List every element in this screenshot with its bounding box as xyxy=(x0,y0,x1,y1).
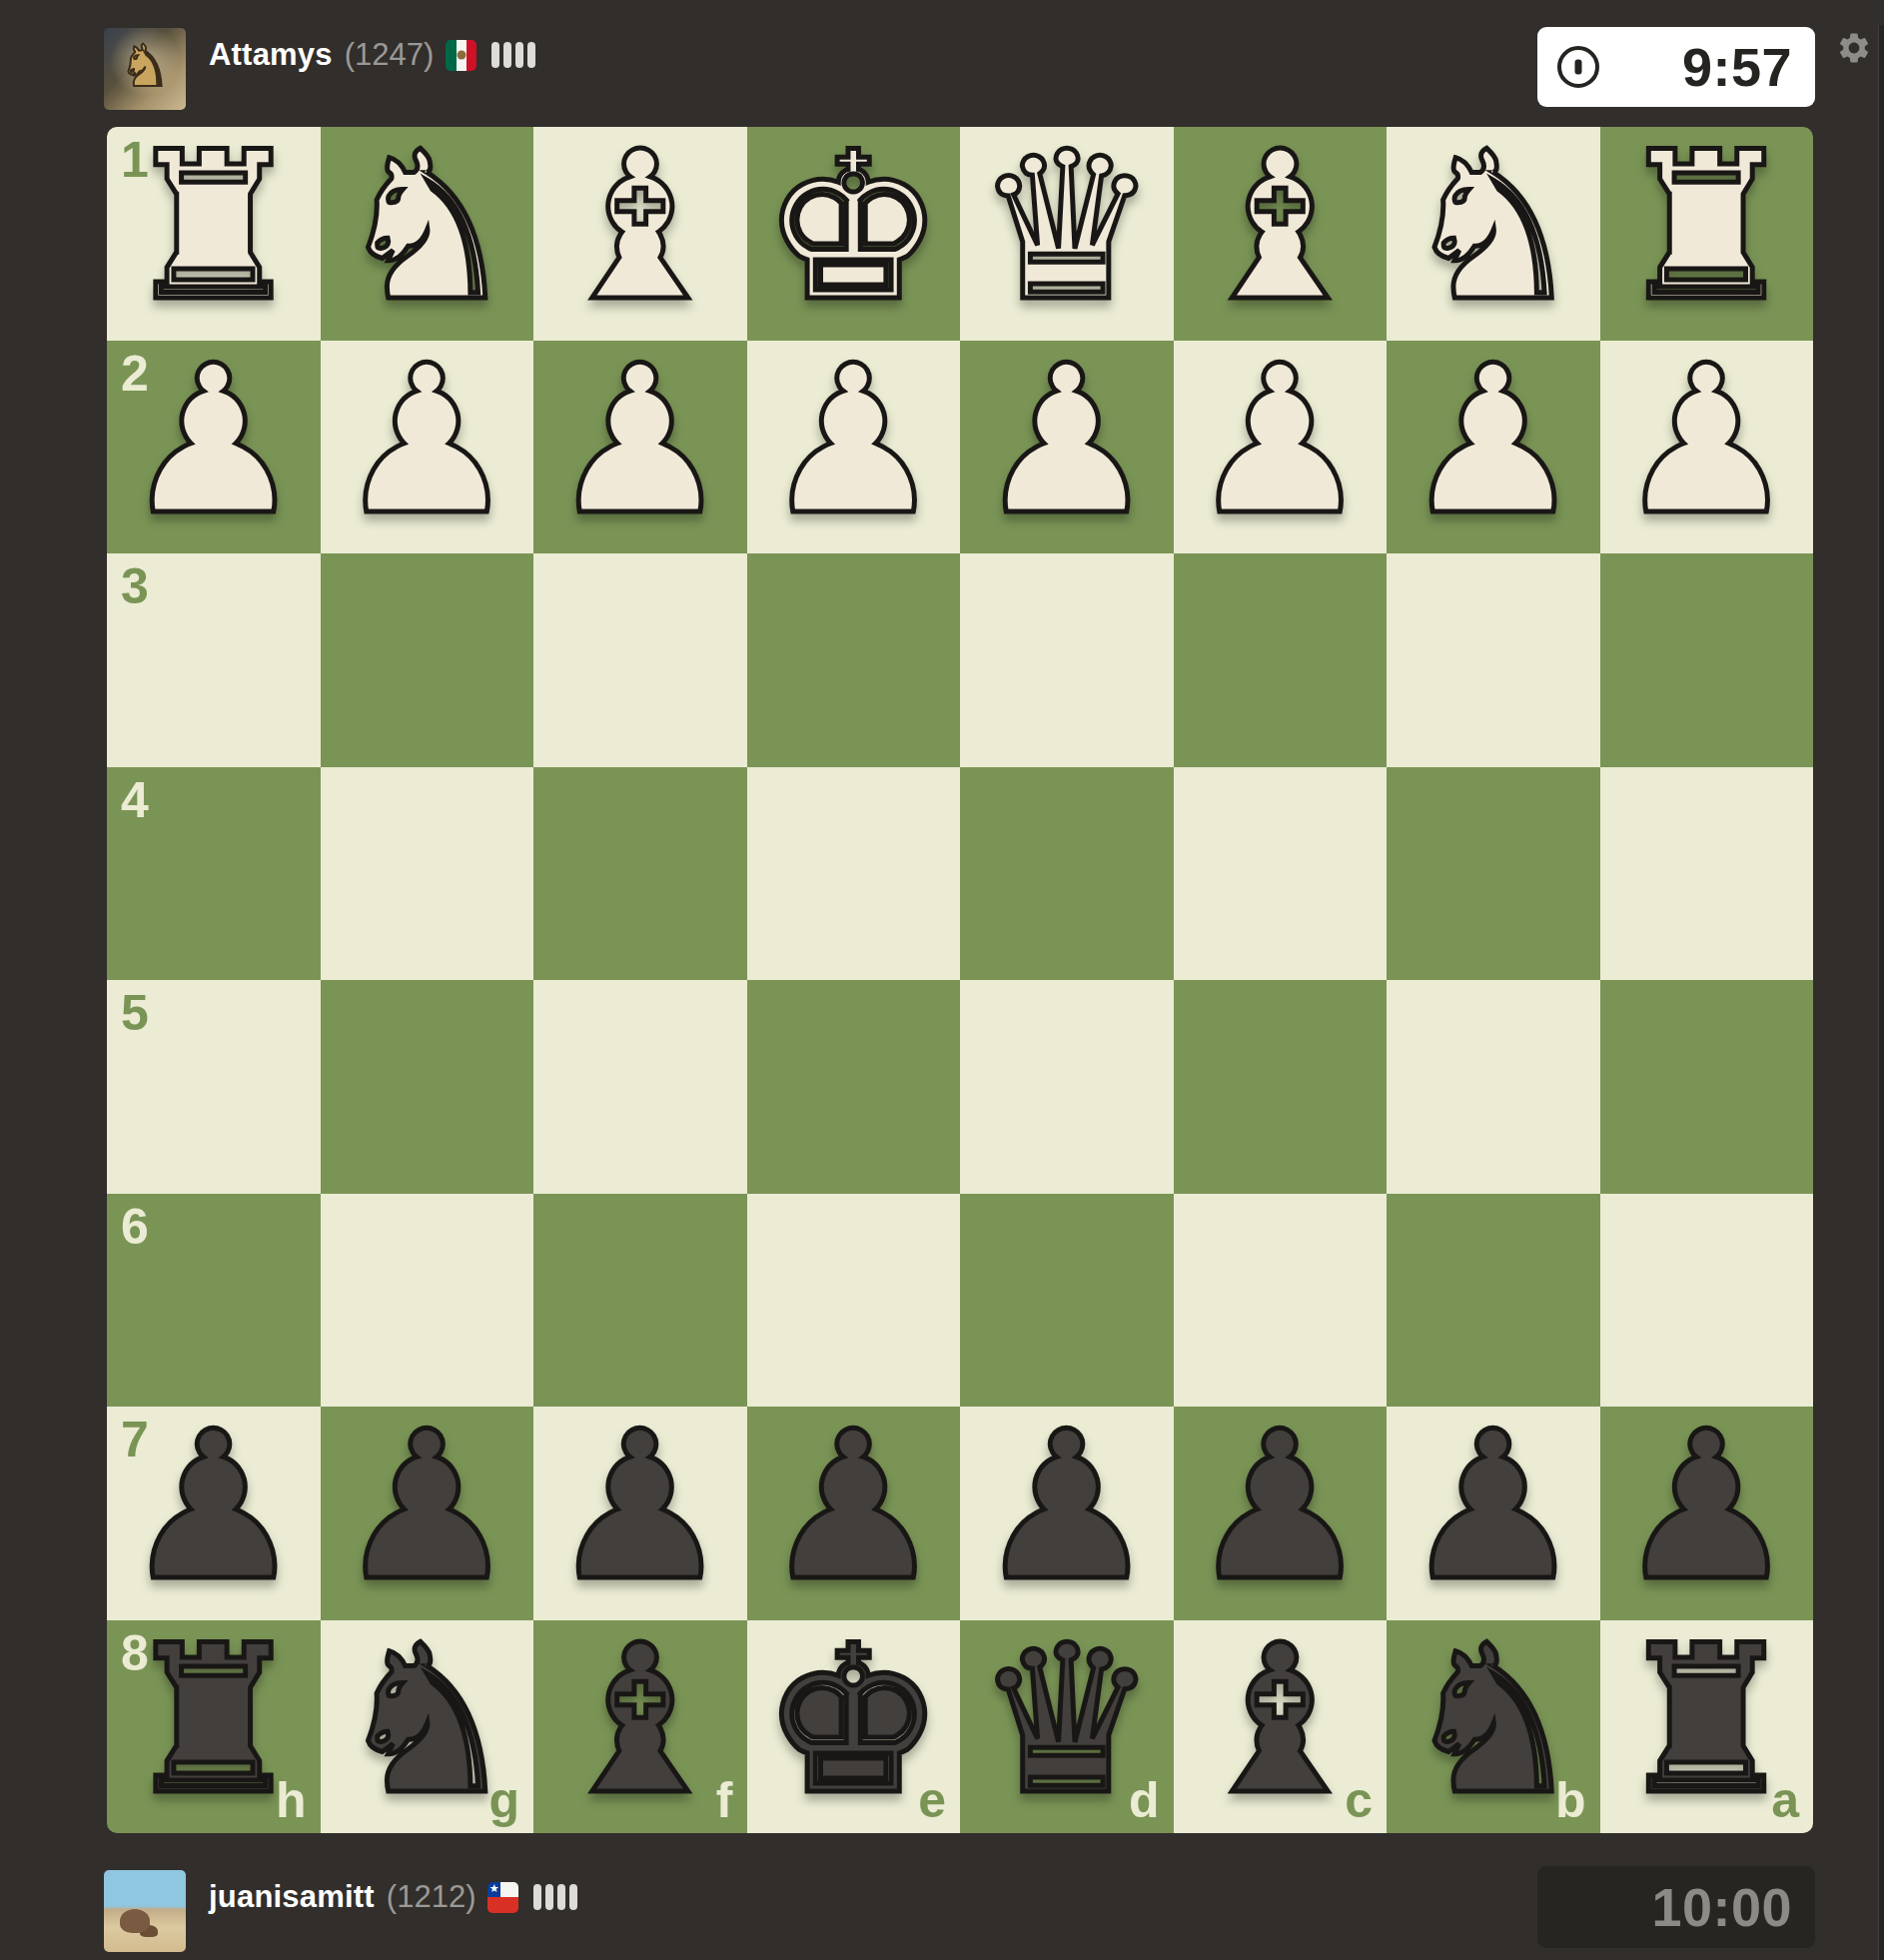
square-c4[interactable] xyxy=(1174,767,1388,981)
square-b4[interactable] xyxy=(1387,767,1600,981)
square-b6[interactable] xyxy=(1387,1194,1600,1408)
top-player-avatar[interactable] xyxy=(104,28,186,110)
piece-white-rook[interactable]: ♜ xyxy=(122,127,306,330)
piece-black-bishop[interactable]: ♝ xyxy=(1188,1618,1372,1823)
square-e7[interactable]: ♟ xyxy=(747,1407,961,1620)
square-a6[interactable] xyxy=(1600,1194,1814,1408)
square-a3[interactable] xyxy=(1600,553,1814,767)
piece-black-pawn[interactable]: ♟ xyxy=(1188,1405,1372,1609)
square-b3[interactable] xyxy=(1387,553,1600,767)
piece-black-pawn[interactable]: ♟ xyxy=(122,1405,306,1609)
piece-black-pawn[interactable]: ♟ xyxy=(335,1405,518,1609)
rank-label: 4 xyxy=(121,775,149,825)
square-b2[interactable]: ♟ xyxy=(1387,341,1600,554)
square-a8[interactable]: a♜ xyxy=(1600,1620,1814,1834)
square-c1[interactable]: ♝ xyxy=(1174,127,1388,341)
square-d7[interactable]: ♟ xyxy=(960,1407,1174,1620)
square-g4[interactable] xyxy=(321,767,534,981)
square-e3[interactable] xyxy=(747,553,961,767)
piece-black-knight[interactable]: ♞ xyxy=(1402,1618,1585,1823)
square-f7[interactable]: ♟ xyxy=(533,1407,747,1620)
piece-white-pawn[interactable]: ♟ xyxy=(335,339,518,543)
bottom-clock-time: 10:00 xyxy=(1651,1876,1815,1938)
square-h4[interactable]: 4 xyxy=(107,767,321,981)
piece-black-knight[interactable]: ♞ xyxy=(335,1618,518,1823)
square-g5[interactable] xyxy=(321,980,534,1194)
square-h7[interactable]: 7♟ xyxy=(107,1407,321,1620)
square-d3[interactable] xyxy=(960,553,1174,767)
square-e2[interactable]: ♟ xyxy=(747,341,961,554)
side-panel-edge xyxy=(1878,25,1884,1960)
piece-white-queen[interactable]: ♛ xyxy=(975,127,1159,330)
chile-flag-icon xyxy=(487,1882,518,1913)
piece-white-knight[interactable]: ♞ xyxy=(1402,127,1585,330)
square-a7[interactable]: ♟ xyxy=(1600,1407,1814,1620)
square-d1[interactable]: ♛ xyxy=(960,127,1174,341)
square-c7[interactable]: ♟ xyxy=(1174,1407,1388,1620)
bottom-player-rating: (1212) xyxy=(387,1879,476,1915)
square-f5[interactable] xyxy=(533,980,747,1194)
piece-white-bishop[interactable]: ♝ xyxy=(548,127,732,330)
square-g2[interactable]: ♟ xyxy=(321,341,534,554)
top-clock-time: 9:57 xyxy=(1682,36,1815,98)
square-h3[interactable]: 3 xyxy=(107,553,321,767)
square-e8[interactable]: e♚ xyxy=(747,1620,961,1834)
square-c2[interactable]: ♟ xyxy=(1174,341,1388,554)
square-g1[interactable]: ♞ xyxy=(321,127,534,341)
bottom-player-clock: 10:00 xyxy=(1537,1866,1815,1948)
piece-black-pawn[interactable]: ♟ xyxy=(761,1405,945,1609)
square-c3[interactable] xyxy=(1174,553,1388,767)
square-f3[interactable] xyxy=(533,553,747,767)
square-e6[interactable] xyxy=(747,1194,961,1408)
bottom-player-bar: juanisamitt (1212) xyxy=(104,1870,577,1952)
square-h8[interactable]: 8h♜ xyxy=(107,1620,321,1834)
square-f1[interactable]: ♝ xyxy=(533,127,747,341)
rank-label: 6 xyxy=(121,1202,149,1252)
square-c6[interactable] xyxy=(1174,1194,1388,1408)
top-player-bar: Attamys (1247) xyxy=(104,28,535,110)
bottom-player-meta: juanisamitt (1212) xyxy=(209,1879,577,1915)
square-h1[interactable]: 1♜ xyxy=(107,127,321,341)
piece-black-rook[interactable]: ♜ xyxy=(1614,1618,1798,1823)
square-f4[interactable] xyxy=(533,767,747,981)
square-a1[interactable]: ♜ xyxy=(1600,127,1814,341)
piece-white-pawn[interactable]: ♟ xyxy=(122,339,306,543)
bottom-player-avatar[interactable] xyxy=(104,1870,186,1952)
gear-icon[interactable] xyxy=(1836,30,1872,66)
square-e1[interactable]: ♚ xyxy=(747,127,961,341)
square-b5[interactable] xyxy=(1387,980,1600,1194)
square-g8[interactable]: g♞ xyxy=(321,1620,534,1834)
piece-black-pawn[interactable]: ♟ xyxy=(548,1405,732,1609)
square-b7[interactable]: ♟ xyxy=(1387,1407,1600,1620)
square-e5[interactable] xyxy=(747,980,961,1194)
piece-black-pawn[interactable]: ♟ xyxy=(1402,1405,1585,1609)
chess-board: 1♜♞♝♚♛♝♞♜2♟♟♟♟♟♟♟♟34567♟♟♟♟♟♟♟♟8h♜g♞f♝e♚… xyxy=(107,127,1813,1833)
rank-label: 3 xyxy=(121,561,149,611)
square-d5[interactable] xyxy=(960,980,1174,1194)
square-h5[interactable]: 5 xyxy=(107,980,321,1194)
top-player-clock: 9:57 xyxy=(1537,27,1815,107)
square-c5[interactable] xyxy=(1174,980,1388,1194)
square-a2[interactable]: ♟ xyxy=(1600,341,1814,554)
bottom-player-name[interactable]: juanisamitt xyxy=(209,1879,375,1915)
square-d2[interactable]: ♟ xyxy=(960,341,1174,554)
square-b8[interactable]: b♞ xyxy=(1387,1620,1600,1834)
piece-white-pawn[interactable]: ♟ xyxy=(548,339,732,543)
piece-white-pawn[interactable]: ♟ xyxy=(1614,339,1798,543)
piece-black-pawn[interactable]: ♟ xyxy=(975,1405,1159,1609)
square-g6[interactable] xyxy=(321,1194,534,1408)
piece-black-queen[interactable]: ♛ xyxy=(975,1618,1159,1823)
piece-black-bishop[interactable]: ♝ xyxy=(548,1618,732,1823)
square-d4[interactable] xyxy=(960,767,1174,981)
connection-bars-icon xyxy=(533,1884,577,1910)
connection-bars-icon xyxy=(491,42,535,68)
square-c8[interactable]: c♝ xyxy=(1174,1620,1388,1834)
square-g3[interactable] xyxy=(321,553,534,767)
piece-white-pawn[interactable]: ♟ xyxy=(761,339,945,543)
square-f6[interactable] xyxy=(533,1194,747,1408)
square-a4[interactable] xyxy=(1600,767,1814,981)
square-d8[interactable]: d♛ xyxy=(960,1620,1174,1834)
piece-white-pawn[interactable]: ♟ xyxy=(1402,339,1585,543)
square-g7[interactable]: ♟ xyxy=(321,1407,534,1620)
mexico-flag-icon xyxy=(446,40,476,71)
piece-black-king[interactable]: ♚ xyxy=(761,1618,945,1823)
square-b1[interactable]: ♞ xyxy=(1387,127,1600,341)
game-screen: Attamys (1247) 9:57 1♜♞♝♚♛♝♞♜2♟♟♟♟♟♟♟♟34… xyxy=(0,0,1884,1960)
square-f8[interactable]: f♝ xyxy=(533,1620,747,1834)
square-d6[interactable] xyxy=(960,1194,1174,1408)
square-h6[interactable]: 6 xyxy=(107,1194,321,1408)
piece-black-rook[interactable]: ♜ xyxy=(122,1618,306,1823)
square-f2[interactable]: ♟ xyxy=(533,341,747,554)
piece-white-pawn[interactable]: ♟ xyxy=(975,339,1159,543)
piece-black-pawn[interactable]: ♟ xyxy=(1614,1405,1798,1609)
piece-white-rook[interactable]: ♜ xyxy=(1614,127,1798,330)
square-h2[interactable]: 2♟ xyxy=(107,341,321,554)
piece-white-king[interactable]: ♚ xyxy=(761,127,945,330)
timer-paused-icon xyxy=(1557,46,1599,88)
top-player-name[interactable]: Attamys xyxy=(209,37,333,73)
top-player-rating: (1247) xyxy=(345,37,435,73)
top-player-meta: Attamys (1247) xyxy=(209,37,535,73)
rank-label: 5 xyxy=(121,988,149,1038)
piece-white-pawn[interactable]: ♟ xyxy=(1188,339,1372,543)
piece-white-bishop[interactable]: ♝ xyxy=(1188,127,1372,330)
square-a5[interactable] xyxy=(1600,980,1814,1194)
piece-white-knight[interactable]: ♞ xyxy=(335,127,518,330)
square-e4[interactable] xyxy=(747,767,961,981)
